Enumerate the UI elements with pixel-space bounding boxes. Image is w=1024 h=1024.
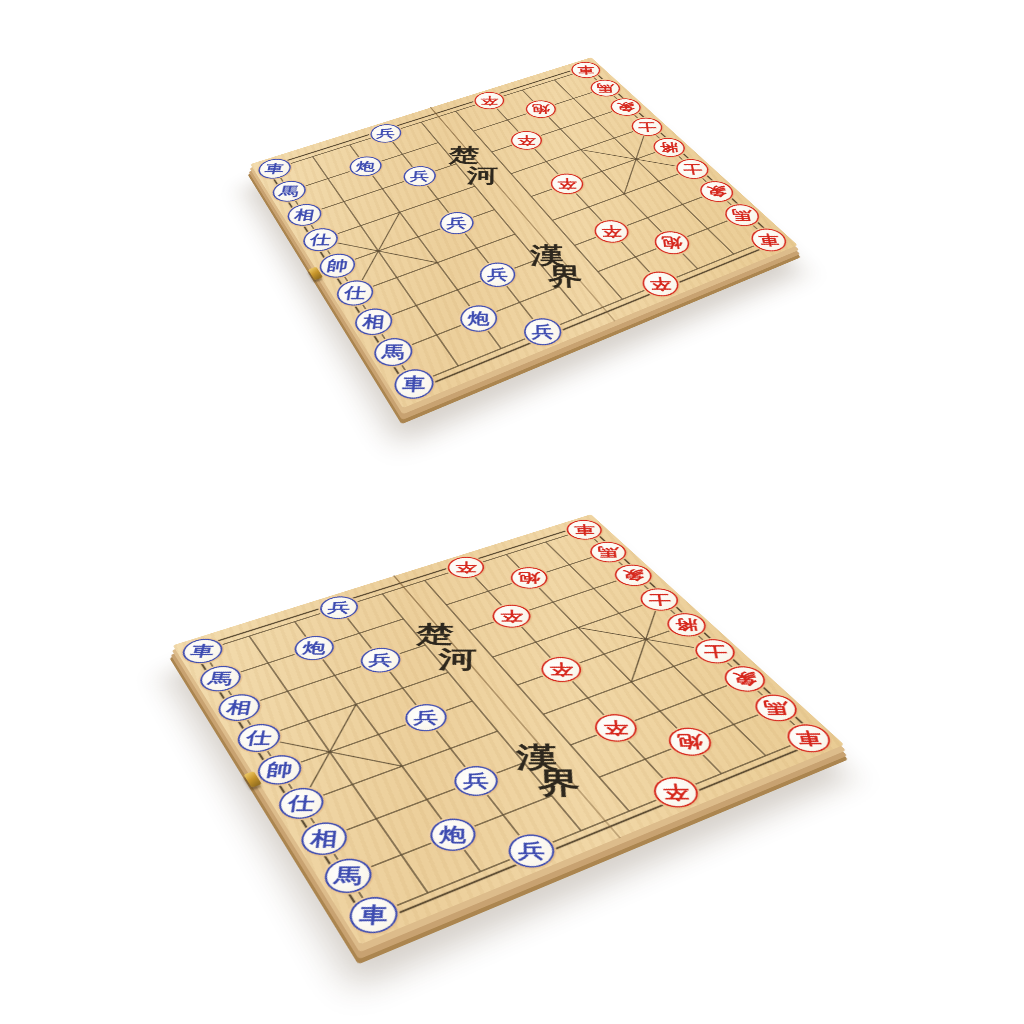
piece-character: 帥 [326, 259, 349, 273]
piece-character: 仕 [309, 233, 332, 246]
piece-character: 車 [757, 233, 781, 246]
piece-character: 兵 [410, 170, 430, 182]
piece-character: 卒 [649, 277, 672, 292]
piece-character: 士 [647, 593, 671, 606]
piece-character: 車 [573, 524, 595, 536]
piece-character: 兵 [487, 267, 508, 281]
piece-character: 仕 [287, 794, 316, 812]
piece-character: 卒 [557, 178, 577, 190]
piece-character: 象 [706, 185, 728, 197]
piece-character: 炮 [676, 733, 703, 750]
piece-character: 仕 [245, 730, 273, 747]
piece-character: 炮 [355, 160, 376, 172]
piece-character: 車 [402, 375, 426, 392]
piece-character: 兵 [518, 841, 545, 861]
piece-character: 卒 [601, 225, 622, 238]
piece-character: 士 [637, 121, 657, 132]
piece-character: 車 [264, 163, 286, 175]
piece-character: 車 [189, 644, 216, 658]
piece-character: 象 [622, 569, 645, 582]
xiangqi-board-bottom: 楚河漢界車馬相仕帥仕相馬車炮炮兵兵兵兵兵卒卒卒卒卒炮炮車馬象士將士象馬車 [217, 443, 773, 943]
piece-character: 馬 [381, 344, 405, 361]
piece-character: 將 [674, 618, 699, 632]
piece-character: 將 [659, 142, 679, 153]
piece-character: 兵 [327, 601, 351, 614]
piece-character: 士 [682, 163, 703, 175]
piece-character: 車 [359, 904, 389, 925]
piece-character: 車 [794, 730, 823, 747]
piece-character: 炮 [439, 825, 466, 844]
piece-character: 馬 [597, 546, 619, 558]
xiangqi-board-top: 楚河漢界車馬相仕帥仕相馬車炮炮兵兵兵兵兵卒卒卒卒卒炮炮車馬象士將士象馬車 [235, 0, 791, 453]
piece-character: 象 [732, 671, 759, 686]
bottom-board-plate: 楚河漢界車馬相仕帥仕相馬車炮炮兵兵兵兵兵卒卒卒卒卒炮炮車馬象士將士象馬車 [173, 514, 844, 944]
piece-character: 馬 [762, 700, 790, 716]
piece-character: 馬 [731, 209, 754, 222]
piece-character: 象 [616, 102, 635, 112]
piece-character: 相 [293, 208, 315, 221]
piece-character: 卒 [500, 609, 523, 623]
river-label-chu-he-char1: 楚 [447, 145, 481, 165]
piece-character: 兵 [368, 653, 393, 668]
piece-character: 馬 [278, 185, 300, 197]
river-label-han-jie-char2: 界 [536, 767, 583, 798]
river-label-chu-he-char2: 河 [436, 646, 478, 672]
board-grid [203, 530, 809, 915]
piece-character: 兵 [376, 128, 396, 139]
piece-character: 炮 [518, 572, 540, 585]
river-label-chu-he-char1: 楚 [414, 622, 456, 647]
piece-character: 卒 [480, 96, 498, 106]
piece-character: 帥 [265, 761, 293, 778]
piece-character: 兵 [446, 217, 467, 230]
piece-character: 炮 [302, 641, 327, 655]
river-label-han-jie-char2: 界 [546, 264, 584, 290]
top-board-plate: 楚河漢界車馬相仕帥仕相馬車炮炮兵兵兵兵兵卒卒卒卒卒炮炮車馬象士將士象馬車 [250, 57, 797, 408]
piece-character: 士 [702, 644, 728, 658]
piece-character: 馬 [207, 671, 234, 686]
board-grid [275, 70, 769, 384]
piece-character: 相 [226, 700, 253, 716]
piece-character: 馬 [333, 866, 363, 886]
piece-character: 兵 [413, 710, 438, 726]
piece-character: 炮 [661, 236, 683, 250]
piece-character: 兵 [463, 772, 489, 790]
piece-character: 炮 [468, 311, 490, 327]
piece-character: 卒 [455, 561, 477, 573]
piece-character: 卒 [517, 135, 535, 146]
piece-character: 卒 [662, 783, 690, 801]
piece-character: 相 [362, 314, 386, 330]
piece-character: 卒 [549, 662, 573, 677]
piece-character: 兵 [532, 324, 554, 340]
piece-character: 仕 [343, 285, 366, 300]
piece-character: 馬 [596, 83, 614, 93]
piece-character: 炮 [532, 104, 550, 114]
piece-character: 卒 [603, 720, 629, 736]
piece-character: 車 [577, 65, 595, 74]
river-label-chu-he-char2: 河 [465, 165, 499, 186]
piece-character: 相 [310, 829, 339, 848]
product-photo-stage: 楚河漢界車馬相仕帥仕相馬車炮炮兵兵兵兵兵卒卒卒卒卒炮炮車馬象士將士象馬車 楚河漢… [0, 0, 1024, 1024]
